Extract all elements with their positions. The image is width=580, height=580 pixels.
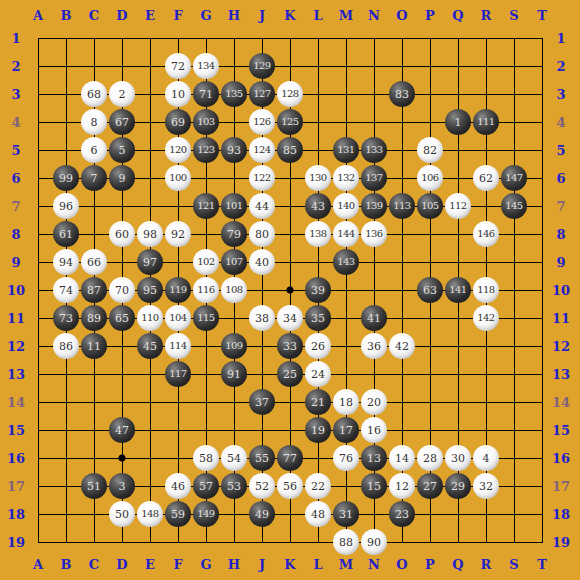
row-label-left-1: 1 <box>11 32 20 45</box>
column-label-top-G: G <box>200 9 211 22</box>
row-label-left-9: 9 <box>11 256 20 269</box>
stone-G5-move-123[interactable]: 123 <box>193 137 219 163</box>
stone-L10-move-39[interactable]: 39 <box>305 277 331 303</box>
row-label-right-13: 13 <box>552 368 570 381</box>
stone-B7-move-96[interactable]: 96 <box>53 193 79 219</box>
move-number: 111 <box>477 117 494 127</box>
column-label-top-T: T <box>537 9 547 22</box>
move-number: 67 <box>115 117 129 128</box>
stone-M8-move-144[interactable]: 144 <box>333 221 359 247</box>
move-number: 87 <box>87 285 101 296</box>
move-number: 92 <box>171 229 185 240</box>
stone-Q7-move-112[interactable]: 112 <box>445 193 471 219</box>
stone-E9-move-97[interactable]: 97 <box>137 249 163 275</box>
stone-P6-move-106[interactable]: 106 <box>417 165 443 191</box>
stone-J6-move-122[interactable]: 122 <box>249 165 275 191</box>
move-number: 91 <box>227 369 241 380</box>
stone-J8-move-80[interactable]: 80 <box>249 221 275 247</box>
stone-Q10-move-141[interactable]: 141 <box>445 277 471 303</box>
row-label-left-8: 8 <box>11 228 20 241</box>
column-label-top-K: K <box>284 9 295 22</box>
move-number: 77 <box>283 453 297 464</box>
move-number: 112 <box>449 201 466 211</box>
move-number: 80 <box>255 229 269 240</box>
stone-O16-move-14[interactable]: 14 <box>389 445 415 471</box>
move-number: 70 <box>115 285 129 296</box>
stone-H3-move-135[interactable]: 135 <box>221 81 247 107</box>
stone-R10-move-118[interactable]: 118 <box>473 277 499 303</box>
column-label-bottom-M: M <box>339 558 353 571</box>
move-number: 115 <box>197 313 214 323</box>
stone-F10-move-119[interactable]: 119 <box>165 277 191 303</box>
column-label-bottom-S: S <box>509 558 518 571</box>
move-number: 116 <box>197 285 214 295</box>
row-label-left-17: 17 <box>7 480 25 493</box>
stone-O18-move-23[interactable]: 23 <box>389 501 415 527</box>
stone-C12-move-11[interactable]: 11 <box>81 333 107 359</box>
move-number: 14 <box>395 453 409 464</box>
stone-R16-move-4[interactable]: 4 <box>473 445 499 471</box>
column-label-top-A: A <box>33 9 43 22</box>
move-number: 131 <box>337 145 354 155</box>
stone-F3-move-10[interactable]: 10 <box>165 81 191 107</box>
move-number: 10 <box>171 89 185 100</box>
stone-J9-move-40[interactable]: 40 <box>249 249 275 275</box>
stone-S6-move-147[interactable]: 147 <box>501 165 527 191</box>
move-number: 105 <box>421 201 438 211</box>
move-number: 62 <box>479 173 493 184</box>
stone-L14-move-21[interactable]: 21 <box>305 389 331 415</box>
stone-F12-move-114[interactable]: 114 <box>165 333 191 359</box>
move-number: 39 <box>311 285 325 296</box>
stone-F2-move-72[interactable]: 72 <box>165 53 191 79</box>
stone-N16-move-13[interactable]: 13 <box>361 445 387 471</box>
move-number: 33 <box>283 341 297 352</box>
stone-C5-move-6[interactable]: 6 <box>81 137 107 163</box>
move-number: 11 <box>87 341 101 352</box>
stone-O17-move-12[interactable]: 12 <box>389 473 415 499</box>
move-number: 1 <box>455 117 462 128</box>
move-number: 65 <box>115 313 129 324</box>
stone-N15-move-16[interactable]: 16 <box>361 417 387 443</box>
stone-M14-move-18[interactable]: 18 <box>333 389 359 415</box>
move-number: 18 <box>339 397 353 408</box>
row-label-right-11: 11 <box>552 312 570 325</box>
move-number: 9 <box>119 173 126 184</box>
move-number: 54 <box>227 453 241 464</box>
row-label-left-18: 18 <box>7 508 25 521</box>
row-label-right-14: 14 <box>552 396 570 409</box>
stone-M9-move-143[interactable]: 143 <box>333 249 359 275</box>
move-number: 95 <box>143 285 157 296</box>
move-number: 145 <box>505 201 522 211</box>
stone-J2-move-129[interactable]: 129 <box>249 53 275 79</box>
stone-B6-move-99[interactable]: 99 <box>53 165 79 191</box>
move-number: 76 <box>339 453 353 464</box>
move-number: 74 <box>59 285 73 296</box>
move-number: 89 <box>87 313 101 324</box>
star-point-D16 <box>119 455 126 462</box>
stone-N12-move-36[interactable]: 36 <box>361 333 387 359</box>
move-number: 90 <box>367 537 381 548</box>
move-number: 41 <box>367 313 381 324</box>
move-number: 61 <box>59 229 73 240</box>
stone-R11-move-142[interactable]: 142 <box>473 305 499 331</box>
stone-H9-move-107[interactable]: 107 <box>221 249 247 275</box>
stone-G3-move-71[interactable]: 71 <box>193 81 219 107</box>
row-label-right-3: 3 <box>556 88 565 101</box>
move-number: 60 <box>115 229 129 240</box>
stone-L17-move-22[interactable]: 22 <box>305 473 331 499</box>
row-label-left-3: 3 <box>11 88 20 101</box>
stone-B10-move-74[interactable]: 74 <box>53 277 79 303</box>
move-number: 82 <box>423 145 437 156</box>
move-number: 83 <box>395 89 409 100</box>
stone-N11-move-41[interactable]: 41 <box>361 305 387 331</box>
stone-B12-move-86[interactable]: 86 <box>53 333 79 359</box>
stone-P17-move-27[interactable]: 27 <box>417 473 443 499</box>
stone-E8-move-98[interactable]: 98 <box>137 221 163 247</box>
move-number: 94 <box>59 257 73 268</box>
stone-G16-move-58[interactable]: 58 <box>193 445 219 471</box>
grid-line-vertical <box>514 38 515 543</box>
stone-K17-move-56[interactable]: 56 <box>277 473 303 499</box>
move-number: 16 <box>367 425 381 436</box>
move-number: 58 <box>199 453 213 464</box>
row-label-right-9: 9 <box>556 256 565 269</box>
grid-line-horizontal <box>38 542 543 543</box>
move-number: 53 <box>227 481 241 492</box>
stone-L12-move-26[interactable]: 26 <box>305 333 331 359</box>
stone-L15-move-19[interactable]: 19 <box>305 417 331 443</box>
stone-D18-move-50[interactable]: 50 <box>109 501 135 527</box>
stone-P16-move-28[interactable]: 28 <box>417 445 443 471</box>
stone-G9-move-102[interactable]: 102 <box>193 249 219 275</box>
stone-P5-move-82[interactable]: 82 <box>417 137 443 163</box>
stone-L13-move-24[interactable]: 24 <box>305 361 331 387</box>
stone-J18-move-49[interactable]: 49 <box>249 501 275 527</box>
stone-L8-move-138[interactable]: 138 <box>305 221 331 247</box>
stone-F6-move-100[interactable]: 100 <box>165 165 191 191</box>
move-number: 17 <box>339 425 353 436</box>
stone-M19-move-88[interactable]: 88 <box>333 529 359 555</box>
stone-D17-move-3[interactable]: 3 <box>109 473 135 499</box>
stone-N14-move-20[interactable]: 20 <box>361 389 387 415</box>
stone-G17-move-57[interactable]: 57 <box>193 473 219 499</box>
stone-B9-move-94[interactable]: 94 <box>53 249 79 275</box>
move-number: 26 <box>311 341 325 352</box>
move-number: 36 <box>367 341 381 352</box>
stone-E10-move-95[interactable]: 95 <box>137 277 163 303</box>
move-number: 123 <box>197 145 214 155</box>
stone-G4-move-103[interactable]: 103 <box>193 109 219 135</box>
row-label-right-4: 4 <box>556 116 565 129</box>
stone-G18-move-149[interactable]: 149 <box>193 501 219 527</box>
stone-M7-move-140[interactable]: 140 <box>333 193 359 219</box>
column-label-bottom-O: O <box>396 558 407 571</box>
move-number: 48 <box>311 509 325 520</box>
stone-F17-move-46[interactable]: 46 <box>165 473 191 499</box>
move-number: 126 <box>253 117 270 127</box>
stone-B8-move-61[interactable]: 61 <box>53 221 79 247</box>
move-number: 27 <box>423 481 437 492</box>
move-number: 71 <box>199 89 213 100</box>
column-label-bottom-J: J <box>259 558 265 571</box>
column-label-top-D: D <box>116 9 127 22</box>
stone-F5-move-120[interactable]: 120 <box>165 137 191 163</box>
stone-O12-move-42[interactable]: 42 <box>389 333 415 359</box>
stone-R4-move-111[interactable]: 111 <box>473 109 499 135</box>
stone-D5-move-5[interactable]: 5 <box>109 137 135 163</box>
move-number: 37 <box>255 397 269 408</box>
stone-R6-move-62[interactable]: 62 <box>473 165 499 191</box>
stone-K12-move-33[interactable]: 33 <box>277 333 303 359</box>
move-number: 12 <box>395 481 409 492</box>
column-label-top-R: R <box>481 9 492 22</box>
move-number: 110 <box>141 313 158 323</box>
stone-F18-move-59[interactable]: 59 <box>165 501 191 527</box>
move-number: 44 <box>255 201 269 212</box>
row-label-right-7: 7 <box>556 200 565 213</box>
stone-R8-move-146[interactable]: 146 <box>473 221 499 247</box>
stone-H12-move-109[interactable]: 109 <box>221 333 247 359</box>
stone-O3-move-83[interactable]: 83 <box>389 81 415 107</box>
move-number: 5 <box>119 145 126 156</box>
column-label-bottom-N: N <box>368 558 380 571</box>
stone-G2-move-134[interactable]: 134 <box>193 53 219 79</box>
stone-H16-move-54[interactable]: 54 <box>221 445 247 471</box>
stone-D3-move-2[interactable]: 2 <box>109 81 135 107</box>
move-number: 147 <box>505 173 522 183</box>
stone-P10-move-63[interactable]: 63 <box>417 277 443 303</box>
column-label-bottom-H: H <box>228 558 240 571</box>
stone-C10-move-87[interactable]: 87 <box>81 277 107 303</box>
stone-L18-move-48[interactable]: 48 <box>305 501 331 527</box>
stone-C6-move-7[interactable]: 7 <box>81 165 107 191</box>
move-number: 98 <box>143 229 157 240</box>
stone-G7-move-121[interactable]: 121 <box>193 193 219 219</box>
move-number: 21 <box>311 397 325 408</box>
move-number: 127 <box>253 89 270 99</box>
move-number: 96 <box>59 201 73 212</box>
stone-L6-move-130[interactable]: 130 <box>305 165 331 191</box>
column-label-bottom-D: D <box>116 558 127 571</box>
stone-C4-move-8[interactable]: 8 <box>81 109 107 135</box>
stone-J16-move-55[interactable]: 55 <box>249 445 275 471</box>
column-label-bottom-B: B <box>61 558 72 571</box>
stone-C9-move-66[interactable]: 66 <box>81 249 107 275</box>
row-label-left-15: 15 <box>7 424 25 437</box>
stone-B11-move-73[interactable]: 73 <box>53 305 79 331</box>
move-number: 79 <box>227 229 241 240</box>
column-label-bottom-Q: Q <box>452 558 463 571</box>
column-label-bottom-T: T <box>537 558 547 571</box>
stone-O7-move-113[interactable]: 113 <box>389 193 415 219</box>
row-label-right-15: 15 <box>552 424 570 437</box>
stone-N8-move-136[interactable]: 136 <box>361 221 387 247</box>
stone-D10-move-70[interactable]: 70 <box>109 277 135 303</box>
stone-R17-move-32[interactable]: 32 <box>473 473 499 499</box>
move-number: 114 <box>169 341 186 351</box>
row-label-right-19: 19 <box>552 536 570 549</box>
column-label-top-C: C <box>89 9 99 22</box>
row-label-left-16: 16 <box>7 452 25 465</box>
stone-G11-move-115[interactable]: 115 <box>193 305 219 331</box>
row-label-right-12: 12 <box>552 340 570 353</box>
stone-J7-move-44[interactable]: 44 <box>249 193 275 219</box>
stone-L7-move-43[interactable]: 43 <box>305 193 331 219</box>
move-number: 7 <box>91 173 98 184</box>
stone-H8-move-79[interactable]: 79 <box>221 221 247 247</box>
stone-D8-move-60[interactable]: 60 <box>109 221 135 247</box>
stone-M15-move-17[interactable]: 17 <box>333 417 359 443</box>
move-number: 52 <box>255 481 269 492</box>
stone-C17-move-51[interactable]: 51 <box>81 473 107 499</box>
stone-H17-move-53[interactable]: 53 <box>221 473 247 499</box>
move-number: 63 <box>423 285 437 296</box>
row-label-right-2: 2 <box>556 60 565 73</box>
row-label-left-4: 4 <box>11 116 20 129</box>
stone-L11-move-35[interactable]: 35 <box>305 305 331 331</box>
stone-J11-move-38[interactable]: 38 <box>249 305 275 331</box>
move-number: 85 <box>283 145 297 156</box>
move-number: 13 <box>367 453 381 464</box>
move-number: 118 <box>477 285 494 295</box>
move-number: 132 <box>337 173 354 183</box>
move-number: 22 <box>311 481 325 492</box>
stone-N7-move-139[interactable]: 139 <box>361 193 387 219</box>
move-number: 40 <box>255 257 269 268</box>
move-number: 32 <box>479 481 493 492</box>
move-number: 113 <box>393 201 410 211</box>
move-number: 24 <box>311 369 325 380</box>
stone-M6-move-132[interactable]: 132 <box>333 165 359 191</box>
stone-D15-move-47[interactable]: 47 <box>109 417 135 443</box>
stone-H13-move-91[interactable]: 91 <box>221 361 247 387</box>
stone-F11-move-104[interactable]: 104 <box>165 305 191 331</box>
column-label-top-Q: Q <box>452 9 463 22</box>
stone-F13-move-117[interactable]: 117 <box>165 361 191 387</box>
stone-D11-move-65[interactable]: 65 <box>109 305 135 331</box>
stone-M5-move-131[interactable]: 131 <box>333 137 359 163</box>
stone-J4-move-126[interactable]: 126 <box>249 109 275 135</box>
stone-P7-move-105[interactable]: 105 <box>417 193 443 219</box>
move-number: 139 <box>365 201 382 211</box>
stone-D4-move-67[interactable]: 67 <box>109 109 135 135</box>
move-number: 130 <box>309 173 326 183</box>
move-number: 88 <box>339 537 353 548</box>
move-number: 3 <box>119 481 126 492</box>
stone-C3-move-68[interactable]: 68 <box>81 81 107 107</box>
row-label-left-14: 14 <box>7 396 25 409</box>
column-label-bottom-K: K <box>284 558 295 571</box>
grid-line-horizontal <box>38 402 543 403</box>
column-label-top-B: B <box>61 9 72 22</box>
column-label-top-N: N <box>368 9 380 22</box>
move-number: 106 <box>421 173 438 183</box>
stone-D6-move-9[interactable]: 9 <box>109 165 135 191</box>
stone-F8-move-92[interactable]: 92 <box>165 221 191 247</box>
stone-E11-move-110[interactable]: 110 <box>137 305 163 331</box>
stone-J3-move-127[interactable]: 127 <box>249 81 275 107</box>
stone-K13-move-25[interactable]: 25 <box>277 361 303 387</box>
move-number: 122 <box>253 173 270 183</box>
stone-N6-move-137[interactable]: 137 <box>361 165 387 191</box>
column-label-bottom-E: E <box>145 558 155 571</box>
stone-Q17-move-29[interactable]: 29 <box>445 473 471 499</box>
stone-S7-move-145[interactable]: 145 <box>501 193 527 219</box>
column-label-bottom-G: G <box>200 558 211 571</box>
stone-F4-move-69[interactable]: 69 <box>165 109 191 135</box>
stone-C11-move-89[interactable]: 89 <box>81 305 107 331</box>
move-number: 137 <box>365 173 382 183</box>
move-number: 117 <box>169 369 186 379</box>
stone-H7-move-101[interactable]: 101 <box>221 193 247 219</box>
go-board[interactable]: AABBCCDDEEFFGGHHJJKKLLMMNNOOPPQQRRSSTT11… <box>0 0 580 580</box>
stone-J14-move-37[interactable]: 37 <box>249 389 275 415</box>
grid-line-vertical <box>542 38 543 543</box>
stone-J5-move-124[interactable]: 124 <box>249 137 275 163</box>
move-number: 30 <box>451 453 465 464</box>
stone-M16-move-76[interactable]: 76 <box>333 445 359 471</box>
move-number: 47 <box>115 425 129 436</box>
stone-K3-move-128[interactable]: 128 <box>277 81 303 107</box>
move-number: 148 <box>141 509 158 519</box>
row-label-left-12: 12 <box>7 340 25 353</box>
stone-K4-move-125[interactable]: 125 <box>277 109 303 135</box>
move-number: 29 <box>451 481 465 492</box>
move-number: 129 <box>253 61 270 71</box>
move-number: 109 <box>225 341 242 351</box>
move-number: 104 <box>169 313 186 323</box>
column-label-top-O: O <box>396 9 407 22</box>
stone-K16-move-77[interactable]: 77 <box>277 445 303 471</box>
row-label-right-6: 6 <box>556 172 565 185</box>
stone-K5-move-85[interactable]: 85 <box>277 137 303 163</box>
move-number: 121 <box>197 201 214 211</box>
stone-J17-move-52[interactable]: 52 <box>249 473 275 499</box>
move-number: 59 <box>171 509 185 520</box>
stone-H10-move-108[interactable]: 108 <box>221 277 247 303</box>
stone-G10-move-116[interactable]: 116 <box>193 277 219 303</box>
stone-M18-move-31[interactable]: 31 <box>333 501 359 527</box>
stone-H5-move-93[interactable]: 93 <box>221 137 247 163</box>
stone-Q16-move-30[interactable]: 30 <box>445 445 471 471</box>
move-number: 51 <box>87 481 101 492</box>
stone-E12-move-45[interactable]: 45 <box>137 333 163 359</box>
move-number: 124 <box>253 145 270 155</box>
row-label-left-6: 6 <box>11 172 20 185</box>
stone-N5-move-133[interactable]: 133 <box>361 137 387 163</box>
go-game-record: AABBCCDDEEFFGGHHJJKKLLMMNNOOPPQQRRSSTT11… <box>0 0 580 580</box>
move-number: 140 <box>337 201 354 211</box>
stone-K11-move-34[interactable]: 34 <box>277 305 303 331</box>
stone-N19-move-90[interactable]: 90 <box>361 529 387 555</box>
stone-E18-move-148[interactable]: 148 <box>137 501 163 527</box>
column-label-bottom-P: P <box>425 558 435 571</box>
move-number: 8 <box>91 117 98 128</box>
move-number: 133 <box>365 145 382 155</box>
stone-Q4-move-1[interactable]: 1 <box>445 109 471 135</box>
move-number: 56 <box>283 481 297 492</box>
move-number: 68 <box>87 89 101 100</box>
move-number: 102 <box>197 257 214 267</box>
move-number: 46 <box>171 481 185 492</box>
column-label-bottom-C: C <box>89 558 99 571</box>
move-number: 143 <box>337 257 354 267</box>
stone-N17-move-15[interactable]: 15 <box>361 473 387 499</box>
row-label-left-7: 7 <box>11 200 20 213</box>
